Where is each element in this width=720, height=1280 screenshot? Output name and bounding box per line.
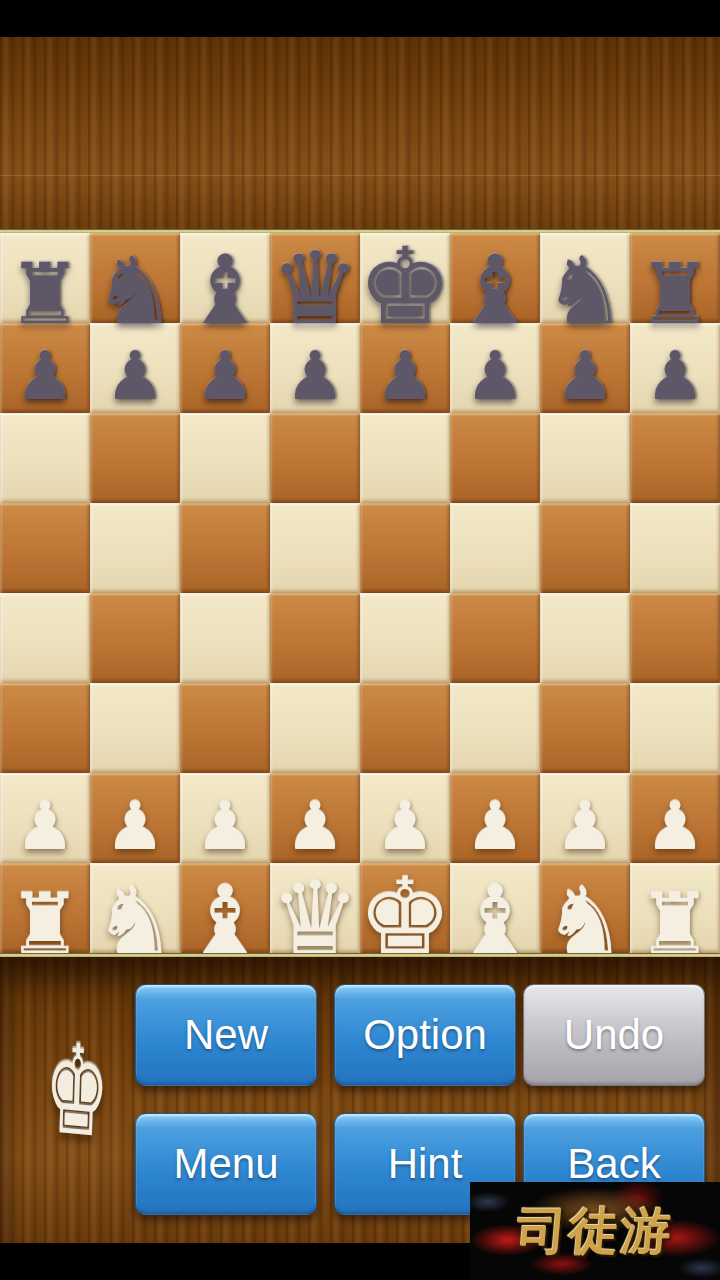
square-f4[interactable] <box>450 593 540 683</box>
white-pawn[interactable]: ♟ <box>645 793 705 860</box>
black-pawn[interactable]: ♟ <box>645 343 705 410</box>
square-a5[interactable] <box>0 503 90 593</box>
white-king-turn-indicator-icon: ♚ <box>43 1026 93 1154</box>
white-pawn[interactable]: ♟ <box>555 793 615 860</box>
square-a1[interactable]: ♜ <box>0 863 90 953</box>
square-d2[interactable]: ♟ <box>270 773 360 863</box>
square-h5[interactable] <box>630 503 720 593</box>
square-b3[interactable] <box>90 683 180 773</box>
square-e3[interactable] <box>360 683 450 773</box>
black-rook[interactable]: ♜ <box>637 252 712 336</box>
square-h6[interactable] <box>630 413 720 503</box>
square-g6[interactable] <box>540 413 630 503</box>
white-pawn[interactable]: ♟ <box>195 793 255 860</box>
square-g4[interactable] <box>540 593 630 683</box>
square-e4[interactable] <box>360 593 450 683</box>
square-a8[interactable]: ♜ <box>0 233 90 323</box>
square-e8[interactable]: ♚ <box>360 233 450 323</box>
white-pawn[interactable]: ♟ <box>15 793 75 860</box>
wood-background-top <box>0 37 720 233</box>
black-bishop[interactable]: ♝ <box>452 243 537 338</box>
square-e6[interactable] <box>360 413 450 503</box>
option-button-label: Option <box>363 1011 487 1059</box>
square-f3[interactable] <box>450 683 540 773</box>
square-a3[interactable] <box>0 683 90 773</box>
square-e5[interactable] <box>360 503 450 593</box>
square-c2[interactable]: ♟ <box>180 773 270 863</box>
square-b5[interactable] <box>90 503 180 593</box>
board-bottom-edge <box>0 953 720 957</box>
square-g8[interactable]: ♞ <box>540 233 630 323</box>
black-rook[interactable]: ♜ <box>7 252 82 336</box>
chess-board: ♜♞♝♛♚♝♞♜♟♟♟♟♟♟♟♟♟♟♟♟♟♟♟♟♜♞♝♛♚♝♞♜ <box>0 233 720 953</box>
white-pawn[interactable]: ♟ <box>285 793 345 860</box>
square-f8[interactable]: ♝ <box>450 233 540 323</box>
square-d6[interactable] <box>270 413 360 503</box>
square-c3[interactable] <box>180 683 270 773</box>
undo-button[interactable]: Undo <box>523 984 705 1086</box>
black-queen[interactable]: ♛ <box>270 239 360 339</box>
square-b2[interactable]: ♟ <box>90 773 180 863</box>
white-pawn[interactable]: ♟ <box>375 793 435 860</box>
menu-button-label: Menu <box>173 1140 278 1188</box>
square-f2[interactable]: ♟ <box>450 773 540 863</box>
chess-app-screen: ♜♞♝♛♚♝♞♜♟♟♟♟♟♟♟♟♟♟♟♟♟♟♟♟♜♞♝♛♚♝♞♜ ♚ New O… <box>0 0 720 1280</box>
square-e1[interactable]: ♚ <box>360 863 450 953</box>
square-b1[interactable]: ♞ <box>90 863 180 953</box>
square-c8[interactable]: ♝ <box>180 233 270 323</box>
square-d3[interactable] <box>270 683 360 773</box>
square-g2[interactable]: ♟ <box>540 773 630 863</box>
square-g5[interactable] <box>540 503 630 593</box>
undo-button-label: Undo <box>564 1011 664 1059</box>
square-c5[interactable] <box>180 503 270 593</box>
square-d5[interactable] <box>270 503 360 593</box>
square-a2[interactable]: ♟ <box>0 773 90 863</box>
square-d4[interactable] <box>270 593 360 683</box>
square-c4[interactable] <box>180 593 270 683</box>
black-pawn[interactable]: ♟ <box>465 343 525 410</box>
black-pawn[interactable]: ♟ <box>15 343 75 410</box>
square-b8[interactable]: ♞ <box>90 233 180 323</box>
option-button[interactable]: Option <box>334 984 516 1086</box>
square-c6[interactable] <box>180 413 270 503</box>
square-c1[interactable]: ♝ <box>180 863 270 953</box>
square-d1[interactable]: ♛ <box>270 863 360 953</box>
black-knight[interactable]: ♞ <box>93 245 176 338</box>
square-f6[interactable] <box>450 413 540 503</box>
square-f1[interactable]: ♝ <box>450 863 540 953</box>
wood-seam-line <box>0 175 720 176</box>
square-h2[interactable]: ♟ <box>630 773 720 863</box>
black-bishop[interactable]: ♝ <box>182 243 267 338</box>
board-top-edge <box>0 229 720 233</box>
square-h3[interactable] <box>630 683 720 773</box>
white-pawn[interactable]: ♟ <box>105 793 165 860</box>
square-a6[interactable] <box>0 413 90 503</box>
black-pawn[interactable]: ♟ <box>555 343 615 410</box>
square-e2[interactable]: ♟ <box>360 773 450 863</box>
black-knight[interactable]: ♞ <box>543 245 626 338</box>
menu-button[interactable]: Menu <box>135 1113 317 1215</box>
watermark-text: 司徒游 <box>514 1198 676 1265</box>
square-h8[interactable]: ♜ <box>630 233 720 323</box>
top-black-bar <box>0 0 720 37</box>
square-g3[interactable] <box>540 683 630 773</box>
back-button-label: Back <box>567 1140 660 1188</box>
square-h1[interactable]: ♜ <box>630 863 720 953</box>
square-b4[interactable] <box>90 593 180 683</box>
square-a4[interactable] <box>0 593 90 683</box>
square-b6[interactable] <box>90 413 180 503</box>
square-g1[interactable]: ♞ <box>540 863 630 953</box>
new-button-label: New <box>184 1011 268 1059</box>
black-king[interactable]: ♚ <box>357 234 452 340</box>
black-pawn[interactable]: ♟ <box>285 343 345 410</box>
white-pawn[interactable]: ♟ <box>465 793 525 860</box>
black-pawn[interactable]: ♟ <box>105 343 165 410</box>
new-button[interactable]: New <box>135 984 317 1086</box>
square-h4[interactable] <box>630 593 720 683</box>
square-f5[interactable] <box>450 503 540 593</box>
black-pawn[interactable]: ♟ <box>195 343 255 410</box>
black-pawn[interactable]: ♟ <box>375 343 435 410</box>
square-d8[interactable]: ♛ <box>270 233 360 323</box>
watermark-logo: 司徒游 <box>470 1182 720 1280</box>
hint-button-label: Hint <box>388 1140 463 1188</box>
